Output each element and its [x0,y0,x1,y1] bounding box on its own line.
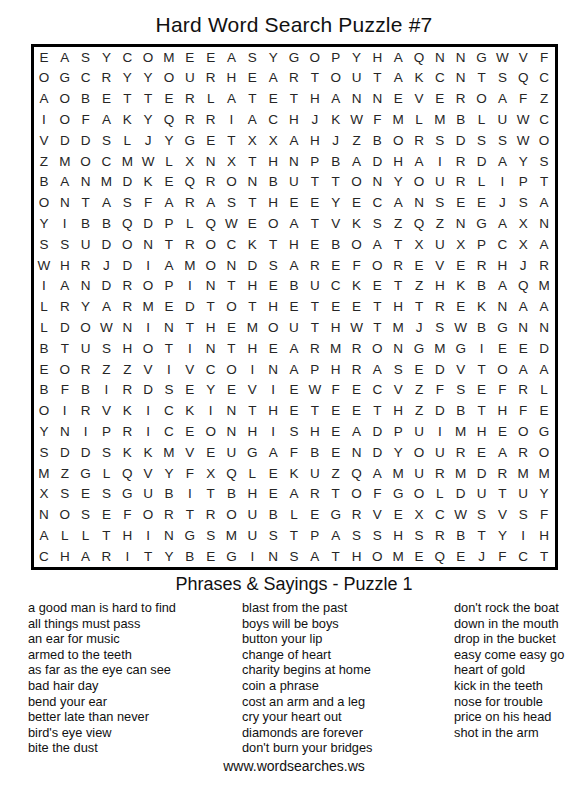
grid-cell: A [284,255,305,276]
grid-cell: S [534,151,555,172]
grid-cell: M [388,109,409,130]
grid-cell: Y [388,172,409,193]
grid-cell: S [450,380,471,401]
grid-cell: E [284,401,305,422]
grid-cell: Y [117,68,138,89]
grid-cell: B [75,380,96,401]
grid-cell: B [159,484,180,505]
word-list-item: better late than never [28,709,242,725]
grid-cell: I [34,109,55,130]
grid-cell: E [179,380,200,401]
grid-cell: V [242,380,263,401]
grid-cell: T [284,525,305,546]
grid-cell: O [325,68,346,89]
grid-cell: E [409,546,430,567]
grid-cell: T [304,213,325,234]
grid-cell: K [409,68,430,89]
grid-cell: R [513,442,534,463]
grid-cell: U [513,484,534,505]
grid-cell: E [346,380,367,401]
grid-cell: O [492,359,513,380]
grid-cell: K [346,213,367,234]
grid-cell: R [200,505,221,526]
grid-cell: B [450,401,471,422]
grid-cell: H [304,130,325,151]
grid-cell: E [388,505,409,526]
grid-cell: G [54,68,75,89]
grid-cell: V [138,463,159,484]
grid-cell: H [221,68,242,89]
grid-cell: E [284,193,305,214]
grid-cell: R [200,109,221,130]
grid-cell: R [117,421,138,442]
grid-cell: F [429,380,450,401]
grid-cell: M [221,525,242,546]
grid-cell: U [242,525,263,546]
grid-cell: N [263,546,284,567]
grid-cell: Y [34,213,55,234]
grid-cell: N [409,193,430,214]
grid-cell: N [242,172,263,193]
grid-cell: T [325,484,346,505]
grid-cell: O [138,276,159,297]
word-search-page: Hard Word Search Puzzle #7 EASYCOMEEASYG… [0,0,588,800]
grid-cell: I [54,213,75,234]
grid-cell: J [96,255,117,276]
grid-cell: S [96,130,117,151]
grid-cell: L [159,151,180,172]
grid-cell: X [179,151,200,172]
grid-cell: I [138,317,159,338]
grid-cell: A [492,151,513,172]
grid-cell: N [221,255,242,276]
grid-cell: D [138,213,159,234]
grid-cell: H [263,401,284,422]
word-list-item: blast from the past [242,600,454,616]
grid-cell: E [513,338,534,359]
grid-cell: A [346,151,367,172]
grid-cell: M [117,151,138,172]
grid-cell: U [138,484,159,505]
grid-cell: B [34,338,55,359]
grid-cell: S [200,525,221,546]
grid-cell: C [200,359,221,380]
grid-cell: G [117,484,138,505]
grid-cell: V [388,380,409,401]
grid-cell: T [325,172,346,193]
grid-cell: Q [513,276,534,297]
grid-cell: W [304,380,325,401]
grid-cell: O [54,89,75,110]
grid-cell: R [346,359,367,380]
grid-cell: S [284,546,305,567]
grid-cell: E [367,276,388,297]
grid-cell: A [34,89,55,110]
grid-cell: Z [54,463,75,484]
grid-cell: L [471,172,492,193]
grid-cell: X [200,463,221,484]
grid-cell: H [492,401,513,422]
grid-cell: B [450,109,471,130]
grid-cell: R [492,463,513,484]
grid-cell: X [409,505,430,526]
grid-cell: S [96,442,117,463]
grid-cell: C [492,234,513,255]
grid-cell: A [367,359,388,380]
grid-cell: K [450,276,471,297]
grid-cell: R [117,276,138,297]
grid-cell: E [34,359,55,380]
grid-cell: S [117,193,138,214]
grid-cell: S [471,130,492,151]
grid-cell: M [54,151,75,172]
grid-cell: W [34,255,55,276]
grid-cell: Z [325,463,346,484]
grid-cell: U [429,234,450,255]
grid-cell: E [325,297,346,318]
grid-cell: O [409,442,430,463]
grid-cell: G [75,463,96,484]
grid-cell: W [138,151,159,172]
puzzle-subtitle: Phrases & Sayings - Puzzle 1 [0,574,588,595]
grid-cell: T [242,297,263,318]
grid-cell: M [450,421,471,442]
grid-cell: X [34,484,55,505]
grid-cell: O [54,359,75,380]
grid-cell: U [304,463,325,484]
grid-cell: E [450,255,471,276]
grid-cell: O [346,484,367,505]
grid-cell: M [325,338,346,359]
word-list-item: diamonds are forever [242,725,454,741]
grid-cell: R [54,297,75,318]
grid-cell: O [200,421,221,442]
grid-cell: F [367,109,388,130]
grid-cell: C [513,546,534,567]
grid-cell: A [513,359,534,380]
grid-cell: S [367,525,388,546]
grid-cell: R [429,525,450,546]
grid-cell: N [450,213,471,234]
word-list-item: as far as the eye can see [28,662,242,678]
grid-cell: F [367,484,388,505]
grid-cell: A [367,234,388,255]
grid-cell: C [159,401,180,422]
grid-cell: X [263,130,284,151]
grid-cell: R [450,172,471,193]
grid-cell: R [284,68,305,89]
grid-cell: Y [513,151,534,172]
grid-cell: B [325,151,346,172]
grid-cell: T [221,130,242,151]
grid-cell: R [179,109,200,130]
grid-cell: B [284,276,305,297]
grid-cell: T [304,297,325,318]
grid-cell: K [242,234,263,255]
grid-cell: M [388,546,409,567]
grid-cell: R [471,255,492,276]
grid-cell: E [284,380,305,401]
grid-cell: Q [179,172,200,193]
grid-cell: C [367,193,388,214]
grid-cell: G [492,317,513,338]
grid-cell: O [138,47,159,68]
grid-cell: M [513,463,534,484]
grid-cell: S [159,380,180,401]
grid-cell: D [367,442,388,463]
grid-cell: V [138,359,159,380]
word-search-grid: EASYCOMEEASYGOPYHAQNNGWVFOGCRYYOURHEARTO… [31,44,558,570]
grid-cell: O [75,317,96,338]
grid-cell: T [367,68,388,89]
grid-cell: H [117,525,138,546]
grid-cell: K [325,109,346,130]
grid-cell: U [304,276,325,297]
grid-cell: D [179,297,200,318]
grid-cell: Q [513,68,534,89]
grid-cell: R [75,359,96,380]
grid-cell: J [471,546,492,567]
grid-cell: L [200,89,221,110]
grid-cell: Q [117,463,138,484]
grid-cell: E [34,47,55,68]
grid-cell: D [429,401,450,422]
grid-cell: S [284,421,305,442]
word-list-item: bad hair day [28,678,242,694]
grid-cell: A [492,89,513,110]
grid-cell: R [409,130,430,151]
grid-cell: G [179,525,200,546]
grid-cell: A [534,297,555,318]
grid-cell: R [304,484,325,505]
grid-cell: Q [409,47,430,68]
grid-cell: K [117,401,138,422]
grid-cell: R [179,234,200,255]
grid-cell: E [325,255,346,276]
grid-cell: A [513,297,534,318]
grid-cell: V [179,442,200,463]
grid-cell: O [471,89,492,110]
grid-cell: C [325,276,346,297]
grid-cell: I [179,484,200,505]
grid-cell: W [450,317,471,338]
grid-cell: E [75,484,96,505]
grid-cell: E [409,359,430,380]
grid-cell: N [534,213,555,234]
grid-cell: R [96,546,117,567]
grid-cell: U [429,442,450,463]
grid-cell: I [242,546,263,567]
grid-cell: H [534,525,555,546]
grid-cell: L [34,297,55,318]
grid-cell: S [34,234,55,255]
grid-cell: R [513,380,534,401]
grid-cell: S [492,68,513,89]
grid-cell: E [346,401,367,422]
grid-cell: T [304,317,325,338]
grid-cell: A [304,546,325,567]
grid-cell: E [263,89,284,110]
grid-cell: O [138,505,159,526]
grid-cell: F [492,380,513,401]
grid-cell: T [138,546,159,567]
grid-cell: Z [409,401,430,422]
grid-cell: H [304,421,325,442]
grid-cell: I [138,525,159,546]
grid-cell: S [429,193,450,214]
grid-cell: E [304,193,325,214]
grid-cell: M [159,442,180,463]
grid-cell: A [492,442,513,463]
grid-cell: E [450,193,471,214]
grid-cell: R [450,89,471,110]
grid-cell: B [304,442,325,463]
grid-cell: A [534,234,555,255]
grid-cell: L [34,317,55,338]
grid-cell: L [409,109,430,130]
grid-cell: D [450,484,471,505]
grid-cell: A [34,525,55,546]
grid-cell: F [179,463,200,484]
grid-cell: N [54,421,75,442]
grid-cell: T [179,505,200,526]
grid-cell: L [242,463,263,484]
word-list-item: cost an arm and a leg [242,694,454,710]
word-list-item: bend your ear [28,694,242,710]
grid-cell: J [304,109,325,130]
grid-cell: E [96,505,117,526]
grid-cell: B [450,525,471,546]
word-list-column-3: don't rock the boatdown in the mouthdrop… [454,600,588,756]
grid-cell: G [221,546,242,567]
grid-cell: E [179,47,200,68]
grid-cell: V [34,130,55,151]
word-list-item: cry your heart out [242,709,454,725]
grid-cell: A [284,130,305,151]
grid-cell: H [117,338,138,359]
grid-cell: T [492,484,513,505]
grid-cell: F [534,47,555,68]
grid-cell: O [388,130,409,151]
grid-cell: T [263,234,284,255]
word-list-item: don't burn your bridges [242,740,454,756]
grid-cell: Z [429,213,450,234]
grid-cell: V [367,505,388,526]
grid-cell: E [429,89,450,110]
grid-cell: O [534,442,555,463]
grid-cell: D [138,380,159,401]
grid-cell: S [75,505,96,526]
grid-cell: O [346,234,367,255]
grid-cell: O [304,47,325,68]
grid-cell: A [263,442,284,463]
grid-cell: S [471,505,492,526]
grid-cell: Z [388,213,409,234]
grid-cell: R [159,505,180,526]
grid-cell: T [242,193,263,214]
grid-cell: K [471,297,492,318]
grid-cell: X [221,151,242,172]
grid-cell: S [263,525,284,546]
word-list-item: change of heart [242,647,454,663]
grid-cell: E [179,421,200,442]
word-list-item: nose for trouble [454,694,588,710]
grid-cell: X [513,213,534,234]
word-list-item: charity begins at home [242,662,454,678]
grid-cell: N [117,317,138,338]
grid-cell: T [471,359,492,380]
grid-cell: A [388,68,409,89]
grid-cell: N [34,505,55,526]
grid-cell: X [242,130,263,151]
grid-cell: T [54,338,75,359]
grid-cell: N [75,172,96,193]
grid-cell: L [284,505,305,526]
grid-cell: P [159,276,180,297]
grid-cell: E [96,89,117,110]
grid-cell: E [200,130,221,151]
grid-cell: N [263,359,284,380]
grid-cell: Y [346,47,367,68]
grid-cell: O [159,68,180,89]
grid-cell: S [34,442,55,463]
grid-cell: D [75,130,96,151]
grid-cell: W [221,213,242,234]
grid-cell: Q [117,213,138,234]
grid-cell: D [54,442,75,463]
page-title: Hard Word Search Puzzle #7 [0,0,588,37]
grid-cell: E [471,193,492,214]
grid-cell: M [534,463,555,484]
grid-cell: F [325,380,346,401]
word-list-column-2: blast from the pastboys will be boysbutt… [242,600,454,756]
grid-cell: N [450,47,471,68]
grid-cell: A [221,89,242,110]
grid-cell: M [34,463,55,484]
grid-cell: O [409,172,430,193]
grid-cell: T [471,68,492,89]
grid-cell: N [513,317,534,338]
grid-cell: Z [96,359,117,380]
grid-cell: S [513,193,534,214]
grid-cell: L [75,525,96,546]
grid-cell: D [96,234,117,255]
grid-cell: U [221,442,242,463]
grid-cell: E [242,213,263,234]
grid-cell: J [325,130,346,151]
grid-cell: R [388,255,409,276]
grid-cell: T [471,525,492,546]
grid-cell: O [34,401,55,422]
grid-cell: G [242,442,263,463]
grid-cell: H [284,109,305,130]
grid-cell: R [75,401,96,422]
grid-cell: T [304,172,325,193]
grid-cell: R [96,68,117,89]
grid-cell: A [54,276,75,297]
grid-cell: E [242,68,263,89]
grid-cell: S [388,359,409,380]
grid-cell: M [450,463,471,484]
grid-cell: K [138,442,159,463]
word-list-item: down in the mouth [454,616,588,632]
grid-cell: V [409,89,430,110]
grid-cell: I [429,421,450,442]
word-list-item: a good man is hard to find [28,600,242,616]
grid-cell: A [346,421,367,442]
grid-cell: N [450,68,471,89]
grid-cell: S [96,484,117,505]
